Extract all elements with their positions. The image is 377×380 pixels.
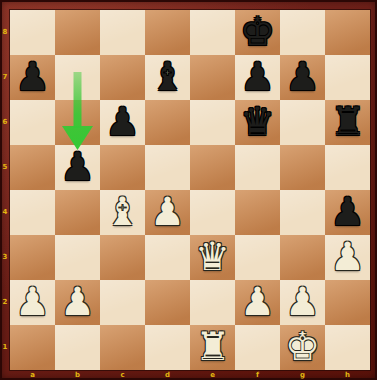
square-a2[interactable]: ♟ (10, 280, 55, 325)
piece-white-bishop[interactable]: ♝ (100, 190, 145, 235)
square-a4[interactable] (10, 190, 55, 235)
square-d8[interactable] (145, 10, 190, 55)
square-f2[interactable]: ♟ (235, 280, 280, 325)
file-label-b: b (55, 370, 100, 380)
piece-white-pawn[interactable]: ♟ (55, 280, 100, 325)
square-g5[interactable] (280, 145, 325, 190)
square-b8[interactable] (55, 10, 100, 55)
square-e1[interactable]: ♜ (190, 325, 235, 370)
rank-label-7: 7 (0, 55, 10, 100)
square-g2[interactable]: ♟ (280, 280, 325, 325)
square-e4[interactable] (190, 190, 235, 235)
square-g8[interactable] (280, 10, 325, 55)
square-h2[interactable] (325, 280, 370, 325)
file-labels: abcdefgh (10, 370, 370, 380)
square-d1[interactable] (145, 325, 190, 370)
piece-black-pawn[interactable]: ♟ (55, 145, 100, 190)
rank-label-6: 6 (0, 100, 10, 145)
square-c1[interactable] (100, 325, 145, 370)
piece-white-rook[interactable]: ♜ (190, 325, 235, 370)
square-a7[interactable]: ♟ (10, 55, 55, 100)
square-h4[interactable]: ♟ (325, 190, 370, 235)
square-a8[interactable] (10, 10, 55, 55)
square-e2[interactable] (190, 280, 235, 325)
square-e7[interactable] (190, 55, 235, 100)
square-b6[interactable] (55, 100, 100, 145)
square-h5[interactable] (325, 145, 370, 190)
rank-label-2: 2 (0, 280, 10, 325)
square-h7[interactable] (325, 55, 370, 100)
square-b4[interactable] (55, 190, 100, 235)
square-f8[interactable]: ♚ (235, 10, 280, 55)
square-f5[interactable] (235, 145, 280, 190)
square-c2[interactable] (100, 280, 145, 325)
square-b2[interactable]: ♟ (55, 280, 100, 325)
piece-black-pawn[interactable]: ♟ (325, 190, 370, 235)
file-label-e: e (190, 370, 235, 380)
piece-black-pawn[interactable]: ♟ (235, 55, 280, 100)
square-d3[interactable] (145, 235, 190, 280)
square-b7[interactable] (55, 55, 100, 100)
square-f3[interactable] (235, 235, 280, 280)
square-g3[interactable] (280, 235, 325, 280)
square-f7[interactable]: ♟ (235, 55, 280, 100)
piece-black-pawn[interactable]: ♟ (100, 100, 145, 145)
square-g6[interactable] (280, 100, 325, 145)
piece-white-pawn[interactable]: ♟ (145, 190, 190, 235)
piece-white-pawn[interactable]: ♟ (235, 280, 280, 325)
piece-white-queen[interactable]: ♛ (190, 235, 235, 280)
rank-label-3: 3 (0, 235, 10, 280)
square-h1[interactable] (325, 325, 370, 370)
board-frame: 87654321 ♚♟♝♟♟♟♛♜♟♝♟♟♛♟♟♟♟♟♜♚ abcdefgh (0, 0, 377, 380)
rank-label-4: 4 (0, 190, 10, 235)
piece-black-king[interactable]: ♚ (235, 10, 280, 55)
square-a5[interactable] (10, 145, 55, 190)
rank-labels: 87654321 (0, 10, 10, 370)
square-c6[interactable]: ♟ (100, 100, 145, 145)
square-c4[interactable]: ♝ (100, 190, 145, 235)
piece-black-pawn[interactable]: ♟ (10, 55, 55, 100)
square-f6[interactable]: ♛ (235, 100, 280, 145)
square-g1[interactable]: ♚ (280, 325, 325, 370)
square-b3[interactable] (55, 235, 100, 280)
square-d6[interactable] (145, 100, 190, 145)
square-e8[interactable] (190, 10, 235, 55)
square-h6[interactable]: ♜ (325, 100, 370, 145)
file-label-f: f (235, 370, 280, 380)
square-h3[interactable]: ♟ (325, 235, 370, 280)
square-e5[interactable] (190, 145, 235, 190)
square-g4[interactable] (280, 190, 325, 235)
square-b1[interactable] (55, 325, 100, 370)
square-a3[interactable] (10, 235, 55, 280)
square-h8[interactable] (325, 10, 370, 55)
square-e3[interactable]: ♛ (190, 235, 235, 280)
square-e6[interactable] (190, 100, 235, 145)
square-c5[interactable] (100, 145, 145, 190)
file-label-h: h (325, 370, 370, 380)
piece-black-rook[interactable]: ♜ (325, 100, 370, 145)
square-d7[interactable]: ♝ (145, 55, 190, 100)
square-d4[interactable]: ♟ (145, 190, 190, 235)
piece-white-pawn[interactable]: ♟ (10, 280, 55, 325)
rank-label-1: 1 (0, 325, 10, 370)
square-c8[interactable] (100, 10, 145, 55)
square-d2[interactable] (145, 280, 190, 325)
square-d5[interactable] (145, 145, 190, 190)
piece-white-pawn[interactable]: ♟ (325, 235, 370, 280)
square-g7[interactable]: ♟ (280, 55, 325, 100)
square-b5[interactable]: ♟ (55, 145, 100, 190)
square-a6[interactable] (10, 100, 55, 145)
file-label-d: d (145, 370, 190, 380)
chess-board[interactable]: ♚♟♝♟♟♟♛♜♟♝♟♟♛♟♟♟♟♟♜♚ (10, 10, 370, 370)
piece-black-pawn[interactable]: ♟ (280, 55, 325, 100)
file-label-c: c (100, 370, 145, 380)
file-label-g: g (280, 370, 325, 380)
piece-black-bishop[interactable]: ♝ (145, 55, 190, 100)
file-label-a: a (10, 370, 55, 380)
square-f4[interactable] (235, 190, 280, 235)
piece-white-king[interactable]: ♚ (280, 325, 325, 370)
rank-label-8: 8 (0, 10, 10, 55)
square-c3[interactable] (100, 235, 145, 280)
rank-label-5: 5 (0, 145, 10, 190)
square-c7[interactable] (100, 55, 145, 100)
square-f1[interactable] (235, 325, 280, 370)
piece-black-queen[interactable]: ♛ (235, 100, 280, 145)
piece-white-pawn[interactable]: ♟ (280, 280, 325, 325)
square-a1[interactable] (10, 325, 55, 370)
